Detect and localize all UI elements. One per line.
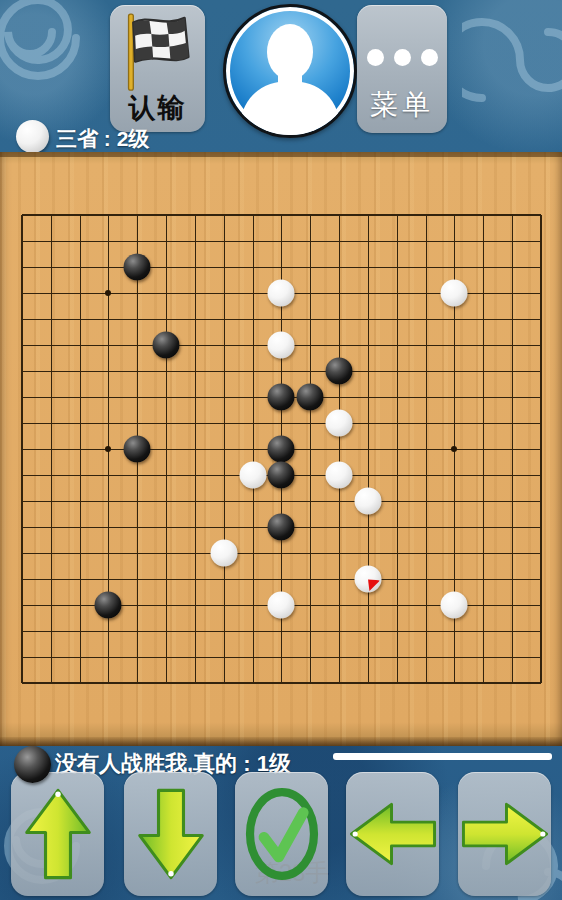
star-point xyxy=(451,446,457,452)
app-screen: 认输 菜单 三省 : 2级 第23手 没有人战胜我,真的 : 1级 xyxy=(0,0,562,900)
stone-white xyxy=(239,462,266,489)
arrow-left-button[interactable] xyxy=(346,772,439,896)
stone-white xyxy=(268,332,295,359)
arrow-right-icon xyxy=(459,794,551,874)
stone-black xyxy=(124,436,151,463)
resign-button[interactable]: 认输 xyxy=(110,5,205,132)
white-stone-badge xyxy=(16,120,49,153)
arrow-left-icon xyxy=(347,794,439,874)
swirl-decoration xyxy=(462,2,562,132)
stone-black xyxy=(268,436,295,463)
confirm-button[interactable] xyxy=(235,772,328,896)
checkered-flag-icon xyxy=(110,11,205,97)
stone-black xyxy=(153,332,180,359)
stone-black xyxy=(268,514,295,541)
stone-black xyxy=(124,254,151,281)
stone-white xyxy=(354,566,381,593)
stone-black xyxy=(326,358,353,385)
star-point xyxy=(105,290,111,296)
board-grid xyxy=(22,215,541,683)
stone-white xyxy=(326,462,353,489)
stone-white xyxy=(354,488,381,515)
resign-button-label: 认输 xyxy=(110,90,205,126)
stone-white xyxy=(441,280,468,307)
ellipsis-icon xyxy=(357,49,447,66)
arrow-down-button[interactable] xyxy=(124,772,217,896)
arrow-right-button[interactable] xyxy=(458,772,551,896)
go-board[interactable]: 第23手 xyxy=(0,152,562,746)
menu-button-label: 菜单 xyxy=(357,86,447,124)
stone-white xyxy=(268,592,295,619)
stone-black xyxy=(297,384,324,411)
check-circle-icon xyxy=(241,782,323,886)
arrow-up-icon xyxy=(19,784,97,884)
time-bar xyxy=(333,753,552,760)
arrow-down-icon xyxy=(132,784,210,884)
arrow-up-button[interactable] xyxy=(11,772,104,896)
stone-black xyxy=(268,462,295,489)
stone-black xyxy=(95,592,122,619)
stone-white xyxy=(441,592,468,619)
white-player-label: 三省 : 2级 xyxy=(56,125,149,153)
player-avatar[interactable] xyxy=(223,4,357,138)
menu-button[interactable]: 菜单 xyxy=(357,5,447,133)
star-point xyxy=(105,446,111,452)
stone-black xyxy=(268,384,295,411)
stone-white xyxy=(326,410,353,437)
person-silhouette-icon xyxy=(226,7,354,135)
stone-white xyxy=(210,540,237,567)
last-move-marker xyxy=(368,579,380,591)
stone-white xyxy=(268,280,295,307)
swirl-decoration xyxy=(0,0,96,98)
black-stone-badge xyxy=(14,746,51,783)
